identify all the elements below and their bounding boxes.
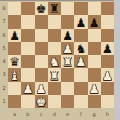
square-a4[interactable]: ♛: [8, 55, 21, 68]
square-b3[interactable]: [21, 68, 34, 81]
square-b4[interactable]: [21, 55, 34, 68]
square-f7[interactable]: ♟: [74, 15, 87, 28]
square-f6[interactable]: [74, 29, 87, 42]
square-h3[interactable]: ♟: [101, 68, 114, 81]
file-label-a: a: [8, 108, 21, 120]
chess-board: ♚♜♟♟♟♟♟♞♟♛♞♜♟♝♜♟♟♟♟♚: [8, 2, 114, 108]
square-c6[interactable]: [35, 29, 48, 42]
square-h4[interactable]: [101, 55, 114, 68]
square-d3[interactable]: ♜: [48, 68, 61, 81]
square-b6[interactable]: [21, 29, 34, 42]
rank-label-7: 7: [0, 15, 8, 28]
square-d1[interactable]: [48, 95, 61, 108]
square-g7[interactable]: ♟: [88, 15, 101, 28]
square-a1[interactable]: [8, 95, 21, 108]
square-f2[interactable]: [74, 82, 87, 95]
square-c7[interactable]: [35, 15, 48, 28]
square-h1[interactable]: [101, 95, 114, 108]
square-e3[interactable]: [61, 68, 74, 81]
square-a5[interactable]: [8, 42, 21, 55]
square-d5[interactable]: [48, 42, 61, 55]
square-c4[interactable]: [35, 55, 48, 68]
file-label-f: f: [74, 108, 87, 120]
square-b8[interactable]: [21, 2, 34, 15]
square-c8[interactable]: ♚: [35, 2, 48, 15]
square-g3[interactable]: [88, 68, 101, 81]
rank-label-8: 8: [0, 2, 8, 15]
square-a3[interactable]: ♝: [8, 68, 21, 81]
square-d2[interactable]: [48, 82, 61, 95]
file-label-d: d: [48, 108, 61, 120]
square-g5[interactable]: [88, 42, 101, 55]
square-d6[interactable]: [48, 29, 61, 42]
square-e4[interactable]: ♜: [61, 55, 74, 68]
square-c1[interactable]: ♚: [35, 95, 48, 108]
square-a2[interactable]: [8, 82, 21, 95]
rank-label-1: 1: [0, 95, 8, 108]
square-h6[interactable]: [101, 29, 114, 42]
square-h2[interactable]: [101, 82, 114, 95]
square-e1[interactable]: [61, 95, 74, 108]
chess-board-frame: 87654321 ♚♜♟♟♟♟♟♞♟♛♞♜♟♝♜♟♟♟♟♚ abcdefgh: [0, 0, 114, 120]
square-d8[interactable]: ♜: [48, 2, 61, 15]
square-c2[interactable]: ♟: [35, 82, 48, 95]
rank-label-5: 5: [0, 42, 8, 55]
square-b2[interactable]: ♟: [21, 82, 34, 95]
square-c5[interactable]: [35, 42, 48, 55]
square-h8[interactable]: [101, 2, 114, 15]
rank-label-3: 3: [0, 68, 8, 81]
file-label-e: e: [61, 108, 74, 120]
square-d7[interactable]: [48, 15, 61, 28]
square-g1[interactable]: [88, 95, 101, 108]
file-label-c: c: [35, 108, 48, 120]
square-f8[interactable]: [74, 2, 87, 15]
square-g2[interactable]: ♟: [88, 82, 101, 95]
square-f4[interactable]: ♟: [74, 55, 87, 68]
square-h5[interactable]: ♟: [101, 42, 114, 55]
file-label-h: h: [101, 108, 114, 120]
square-e7[interactable]: [61, 15, 74, 28]
square-f1[interactable]: [74, 95, 87, 108]
square-e8[interactable]: [61, 2, 74, 15]
square-e5[interactable]: ♟: [61, 42, 74, 55]
square-g8[interactable]: [88, 2, 101, 15]
square-g4[interactable]: [88, 55, 101, 68]
square-g6[interactable]: [88, 29, 101, 42]
square-b7[interactable]: [21, 15, 34, 28]
square-b5[interactable]: [21, 42, 34, 55]
rank-label-6: 6: [0, 29, 8, 42]
square-d4[interactable]: ♞: [48, 55, 61, 68]
rank-label-4: 4: [0, 55, 8, 68]
square-f5[interactable]: ♞: [74, 42, 87, 55]
square-e6[interactable]: ♟: [61, 29, 74, 42]
square-b1[interactable]: [21, 95, 34, 108]
square-a8[interactable]: [8, 2, 21, 15]
square-a7[interactable]: [8, 15, 21, 28]
rank-labels: 87654321: [0, 2, 8, 108]
rank-label-2: 2: [0, 82, 8, 95]
square-h7[interactable]: [101, 15, 114, 28]
square-c3[interactable]: [35, 68, 48, 81]
file-label-g: g: [88, 108, 101, 120]
file-label-b: b: [21, 108, 34, 120]
square-f3[interactable]: [74, 68, 87, 81]
square-a6[interactable]: ♟: [8, 29, 21, 42]
square-e2[interactable]: [61, 82, 74, 95]
file-labels: abcdefgh: [8, 108, 114, 120]
